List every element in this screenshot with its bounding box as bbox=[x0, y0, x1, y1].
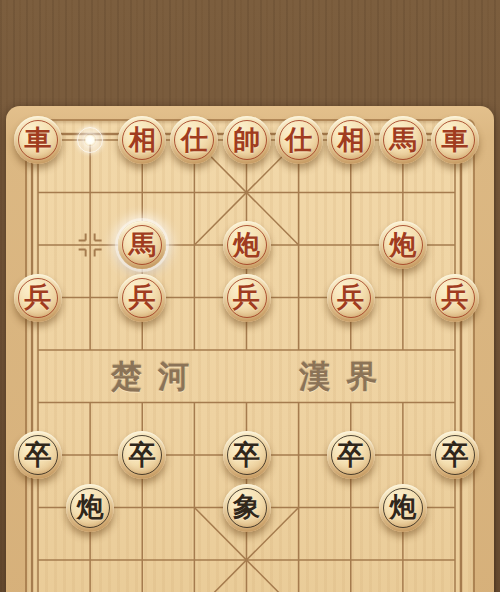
piece-red-elephant[interactable]: 相 bbox=[327, 116, 375, 164]
piece-red-chariot[interactable]: 車 bbox=[431, 116, 479, 164]
piece-character: 兵 bbox=[442, 283, 469, 310]
piece-engraved-ring bbox=[227, 488, 267, 528]
piece-character: 卒 bbox=[442, 441, 469, 468]
piece-black-soldier[interactable]: 卒 bbox=[327, 431, 375, 479]
river-label-han-jie: 漢界 bbox=[299, 356, 393, 398]
piece-character: 卒 bbox=[129, 441, 156, 468]
piece-engraved-ring bbox=[122, 278, 162, 318]
piece-engraved-ring bbox=[435, 120, 475, 160]
piece-character: 兵 bbox=[233, 283, 260, 310]
piece-character: 兵 bbox=[129, 283, 156, 310]
piece-character: 象 bbox=[233, 493, 260, 520]
piece-character: 仕 bbox=[181, 126, 208, 153]
piece-character: 相 bbox=[129, 126, 156, 153]
piece-engraved-ring bbox=[331, 435, 371, 475]
piece-character: 炮 bbox=[389, 493, 416, 520]
piece-character: 卒 bbox=[233, 441, 260, 468]
piece-engraved-ring bbox=[227, 225, 267, 265]
piece-character: 卒 bbox=[337, 441, 364, 468]
piece-black-soldier[interactable]: 卒 bbox=[118, 431, 166, 479]
piece-black-cannon[interactable]: 炮 bbox=[379, 484, 427, 532]
piece-red-cannon[interactable]: 炮 bbox=[379, 221, 427, 269]
piece-engraved-ring bbox=[174, 120, 214, 160]
piece-engraved-ring bbox=[331, 120, 371, 160]
piece-engraved-ring bbox=[383, 120, 423, 160]
piece-character: 車 bbox=[442, 126, 469, 153]
piece-engraved-ring bbox=[331, 278, 371, 318]
piece-red-general[interactable]: 帥 bbox=[223, 116, 271, 164]
piece-red-soldier[interactable]: 兵 bbox=[327, 274, 375, 322]
piece-character: 卒 bbox=[25, 441, 52, 468]
piece-red-advisor[interactable]: 仕 bbox=[275, 116, 323, 164]
piece-character: 兵 bbox=[25, 283, 52, 310]
piece-red-soldier[interactable]: 兵 bbox=[431, 274, 479, 322]
piece-red-soldier[interactable]: 兵 bbox=[118, 274, 166, 322]
piece-black-soldier[interactable]: 卒 bbox=[223, 431, 271, 479]
piece-black-cannon[interactable]: 炮 bbox=[66, 484, 114, 532]
piece-engraved-ring bbox=[435, 278, 475, 318]
piece-character: 馬 bbox=[389, 126, 416, 153]
piece-engraved-ring bbox=[279, 120, 319, 160]
piece-engraved-ring bbox=[435, 435, 475, 475]
piece-character: 炮 bbox=[389, 231, 416, 258]
piece-black-elephant[interactable]: 象 bbox=[223, 484, 271, 532]
piece-character: 車 bbox=[25, 126, 52, 153]
piece-engraved-ring bbox=[122, 225, 162, 265]
piece-red-cannon[interactable]: 炮 bbox=[223, 221, 271, 269]
piece-black-soldier[interactable]: 卒 bbox=[14, 431, 62, 479]
piece-engraved-ring bbox=[122, 120, 162, 160]
piece-engraved-ring bbox=[383, 225, 423, 265]
piece-engraved-ring bbox=[227, 435, 267, 475]
piece-engraved-ring bbox=[227, 278, 267, 318]
piece-engraved-ring bbox=[227, 120, 267, 160]
piece-engraved-ring bbox=[383, 488, 423, 528]
piece-character: 炮 bbox=[233, 231, 260, 258]
piece-engraved-ring bbox=[122, 435, 162, 475]
piece-engraved-ring bbox=[18, 120, 58, 160]
piece-character: 炮 bbox=[77, 493, 104, 520]
piece-red-horse[interactable]: 馬 bbox=[118, 221, 166, 269]
piece-engraved-ring bbox=[18, 435, 58, 475]
piece-character: 仕 bbox=[285, 126, 312, 153]
river-label-chu-he: 楚河 bbox=[111, 356, 205, 398]
piece-black-soldier[interactable]: 卒 bbox=[431, 431, 479, 479]
piece-character: 兵 bbox=[337, 283, 364, 310]
piece-red-elephant[interactable]: 相 bbox=[118, 116, 166, 164]
piece-red-soldier[interactable]: 兵 bbox=[223, 274, 271, 322]
piece-red-soldier[interactable]: 兵 bbox=[14, 274, 62, 322]
piece-engraved-ring bbox=[18, 278, 58, 318]
piece-red-chariot[interactable]: 車 bbox=[14, 116, 62, 164]
piece-character: 相 bbox=[337, 126, 364, 153]
piece-red-horse[interactable]: 馬 bbox=[379, 116, 427, 164]
piece-character: 帥 bbox=[233, 126, 260, 153]
piece-engraved-ring bbox=[70, 488, 110, 528]
piece-character: 馬 bbox=[129, 231, 156, 258]
xiangqi-app-screen: 楚河 漢界 車相仕帥仕相馬車馬炮炮兵兵兵兵兵卒卒卒卒卒炮象炮 bbox=[0, 0, 500, 592]
